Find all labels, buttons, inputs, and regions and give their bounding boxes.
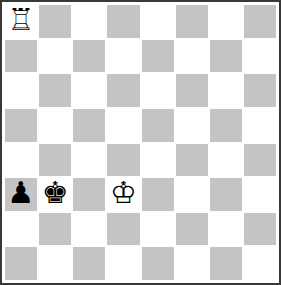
square-g5[interactable] <box>209 108 243 143</box>
square-f2[interactable] <box>175 212 209 247</box>
square-b1[interactable] <box>38 246 72 281</box>
square-c7[interactable] <box>72 39 106 74</box>
black-king[interactable]: ♚ <box>42 178 69 208</box>
square-h3[interactable] <box>243 177 277 212</box>
square-f7[interactable] <box>175 39 209 74</box>
square-f4[interactable] <box>175 143 209 178</box>
square-e2[interactable] <box>141 212 175 247</box>
square-h8[interactable] <box>243 4 277 39</box>
square-c4[interactable] <box>72 143 106 178</box>
square-b3[interactable]: ♚ <box>38 177 72 212</box>
square-d7[interactable] <box>106 39 140 74</box>
square-b7[interactable] <box>38 39 72 74</box>
square-a8[interactable]: ♖ <box>4 4 38 39</box>
square-e6[interactable] <box>141 73 175 108</box>
square-a6[interactable] <box>4 73 38 108</box>
square-e7[interactable] <box>141 39 175 74</box>
square-f6[interactable] <box>175 73 209 108</box>
chess-board: ♖♟♚♔ <box>4 4 277 281</box>
square-d6[interactable] <box>106 73 140 108</box>
square-a1[interactable] <box>4 246 38 281</box>
square-g6[interactable] <box>209 73 243 108</box>
square-a2[interactable] <box>4 212 38 247</box>
square-b5[interactable] <box>38 108 72 143</box>
square-e4[interactable] <box>141 143 175 178</box>
square-a5[interactable] <box>4 108 38 143</box>
square-f8[interactable] <box>175 4 209 39</box>
square-h5[interactable] <box>243 108 277 143</box>
square-b6[interactable] <box>38 73 72 108</box>
square-a4[interactable] <box>4 143 38 178</box>
square-f1[interactable] <box>175 246 209 281</box>
square-f3[interactable] <box>175 177 209 212</box>
square-e5[interactable] <box>141 108 175 143</box>
square-c2[interactable] <box>72 212 106 247</box>
square-g2[interactable] <box>209 212 243 247</box>
square-h1[interactable] <box>243 246 277 281</box>
square-e3[interactable] <box>141 177 175 212</box>
square-c6[interactable] <box>72 73 106 108</box>
square-g3[interactable] <box>209 177 243 212</box>
square-a7[interactable] <box>4 39 38 74</box>
square-c5[interactable] <box>72 108 106 143</box>
square-g8[interactable] <box>209 4 243 39</box>
square-f5[interactable] <box>175 108 209 143</box>
square-c1[interactable] <box>72 246 106 281</box>
square-b4[interactable] <box>38 143 72 178</box>
square-h7[interactable] <box>243 39 277 74</box>
square-b8[interactable] <box>38 4 72 39</box>
square-h4[interactable] <box>243 143 277 178</box>
square-d3[interactable]: ♔ <box>106 177 140 212</box>
square-c8[interactable] <box>72 4 106 39</box>
square-g7[interactable] <box>209 39 243 74</box>
square-e8[interactable] <box>141 4 175 39</box>
square-a3[interactable]: ♟ <box>4 177 38 212</box>
square-d5[interactable] <box>106 108 140 143</box>
white-king[interactable]: ♔ <box>110 178 137 208</box>
square-c3[interactable] <box>72 177 106 212</box>
square-d8[interactable] <box>106 4 140 39</box>
square-h6[interactable] <box>243 73 277 108</box>
square-g4[interactable] <box>209 143 243 178</box>
square-g1[interactable] <box>209 246 243 281</box>
square-b2[interactable] <box>38 212 72 247</box>
white-rook[interactable]: ♖ <box>8 5 35 35</box>
square-d4[interactable] <box>106 143 140 178</box>
square-d1[interactable] <box>106 246 140 281</box>
black-pawn[interactable]: ♟ <box>8 178 35 208</box>
square-d2[interactable] <box>106 212 140 247</box>
square-e1[interactable] <box>141 246 175 281</box>
chess-board-frame: ♖♟♚♔ <box>0 0 281 285</box>
square-h2[interactable] <box>243 212 277 247</box>
